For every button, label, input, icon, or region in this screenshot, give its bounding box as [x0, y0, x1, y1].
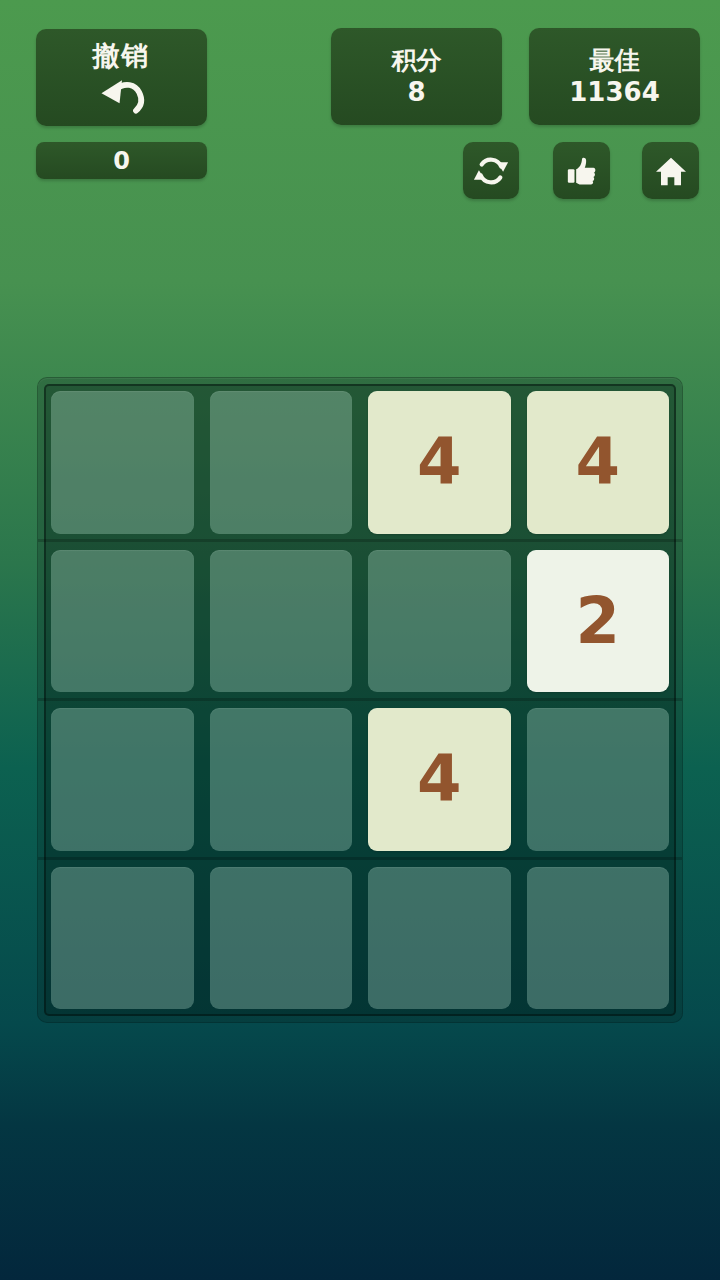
game-screen: 撤销 0 积分 8 最佳 11364 — [0, 0, 720, 1280]
cell-r1c2 — [210, 391, 353, 534]
score-value: 8 — [407, 76, 425, 109]
cell-r2c2 — [210, 550, 353, 693]
cell-r2c3 — [368, 550, 511, 693]
undo-label: 撤销 — [93, 41, 151, 71]
best-box: 最佳 11364 — [529, 28, 700, 125]
score-box: 积分 8 — [331, 28, 502, 125]
board-inner: 4424 — [44, 384, 676, 1016]
cell-r1c1 — [51, 391, 194, 534]
cell-r1c3: 4 — [368, 391, 511, 534]
cell-r2c4: 2 — [527, 550, 670, 693]
cell-r3c4 — [527, 708, 670, 851]
home-icon — [651, 151, 691, 191]
undo-counter: 0 — [36, 142, 207, 179]
tile-4-r1c4: 4 — [527, 391, 670, 534]
cell-r1c4: 4 — [527, 391, 670, 534]
cell-r3c3: 4 — [368, 708, 511, 851]
score-label: 积分 — [392, 45, 442, 76]
undo-arrow-icon — [91, 72, 153, 118]
refresh-icon — [471, 151, 511, 191]
like-button[interactable] — [553, 142, 610, 199]
board-grid-wrap: 4424 — [51, 391, 669, 1009]
cell-r3c1 — [51, 708, 194, 851]
restart-button[interactable] — [463, 142, 519, 199]
board-grid: 4424 — [51, 391, 669, 1009]
best-value: 11364 — [569, 76, 659, 109]
tile-2-r2c4: 2 — [527, 550, 670, 693]
tile-4-r1c3: 4 — [368, 391, 511, 534]
undo-counter-value: 0 — [113, 147, 130, 175]
cell-r2c1 — [51, 550, 194, 693]
cell-r4c3 — [368, 867, 511, 1010]
thumbs-up-icon — [562, 151, 602, 191]
cell-r4c1 — [51, 867, 194, 1010]
board-2048[interactable]: 4424 — [38, 378, 682, 1022]
best-label: 最佳 — [590, 45, 640, 76]
cell-r4c2 — [210, 867, 353, 1010]
home-button[interactable] — [642, 142, 699, 199]
cell-r4c4 — [527, 867, 670, 1010]
cell-r3c2 — [210, 708, 353, 851]
tile-4-r3c3: 4 — [368, 708, 511, 851]
undo-button[interactable]: 撤销 — [36, 29, 207, 126]
